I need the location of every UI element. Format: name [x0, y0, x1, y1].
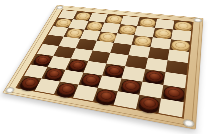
dark-piece[interactable]	[138, 95, 161, 111]
board-mat	[2, 5, 203, 130]
checkers-grid	[15, 9, 193, 118]
grommet-bottom-left-icon	[4, 87, 15, 94]
grommet-top-right-icon	[194, 18, 202, 23]
square-r8c8[interactable]	[158, 98, 183, 117]
grommet-bottom-right-icon	[183, 119, 195, 128]
photo-canvas	[0, 0, 213, 134]
square-r8c7[interactable]	[136, 95, 161, 113]
